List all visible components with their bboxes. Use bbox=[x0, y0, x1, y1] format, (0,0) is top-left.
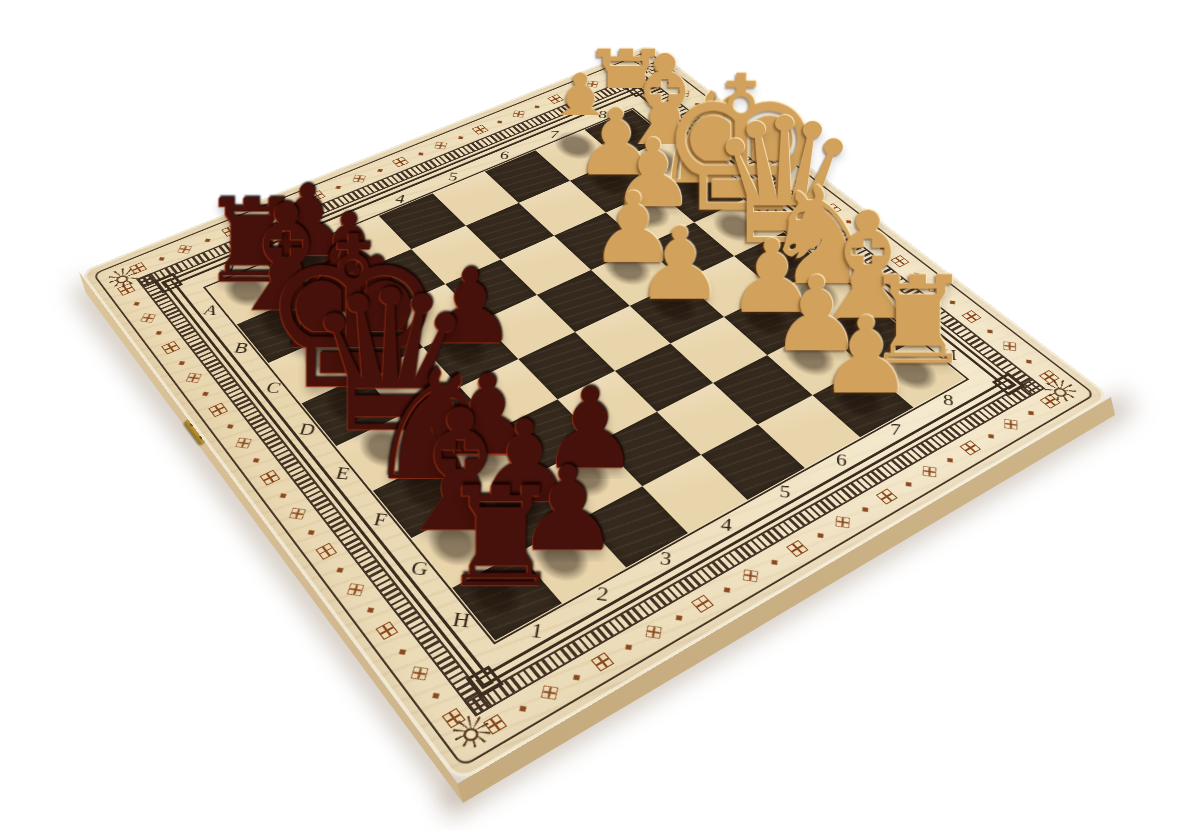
diamond-motif-icon bbox=[695, 103, 700, 106]
window-motif-icon bbox=[512, 111, 525, 118]
black-rook-glyph: ♜ bbox=[439, 475, 563, 599]
window-motif-icon bbox=[587, 81, 599, 88]
diamond-motif-icon bbox=[572, 90, 577, 93]
white-pawn-glyph: ♟ bbox=[818, 308, 914, 404]
photo-stage: ♜♝♞♚♛♞♝♜♟♟♟♟♟♟♟♟♟♟♟♟♟♟♟♟♜♝♞♚♛♞♝♜ AABBCCD… bbox=[0, 0, 1200, 830]
diamond-motif-icon bbox=[668, 81, 673, 84]
board-plate: ♜♝♞♚♛♞♝♜♟♟♟♟♟♟♟♟♟♟♟♟♟♟♟♟♜♝♞♚♛♞♝♜ AABBCCD… bbox=[79, 44, 1111, 783]
diamond-motif-icon bbox=[608, 75, 613, 78]
diamond-motif-icon bbox=[497, 120, 502, 123]
diamond-motif-icon bbox=[723, 125, 728, 128]
window-motif-icon bbox=[678, 90, 690, 97]
scene-3d: ♜♝♞♚♛♞♝♜♟♟♟♟♟♟♟♟♟♟♟♟♟♟♟♟♜♝♞♚♛♞♝♜ AABBCCD… bbox=[0, 0, 1200, 830]
window-motif-icon bbox=[734, 134, 746, 141]
diamond-motif-icon bbox=[535, 105, 540, 108]
